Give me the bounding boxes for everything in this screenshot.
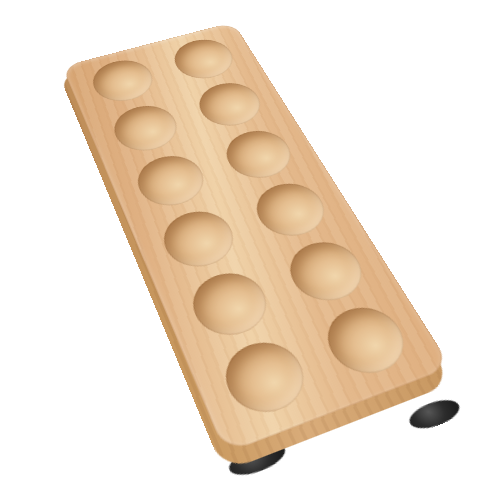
pit-hollow [191, 77, 270, 132]
pit-hollow [106, 100, 184, 158]
pit-hollow [315, 298, 416, 383]
pit-grid [62, 22, 451, 454]
pit-hollow [279, 234, 374, 309]
pit-hollow [217, 125, 300, 186]
mancala-board [62, 22, 451, 454]
seed-count [167, 35, 220, 49]
rubber-foot-right [404, 395, 465, 435]
pit-hollow [154, 204, 242, 275]
pit-hollow [182, 265, 277, 345]
board-top-face [62, 22, 451, 454]
seed-count [86, 55, 141, 70]
pit-hollow [129, 149, 212, 213]
pit-hollow [86, 55, 160, 107]
pit-hollow [167, 35, 241, 85]
pit-hollow [214, 333, 315, 423]
product-photo-canvas [0, 0, 500, 500]
pit-hollow [246, 176, 335, 244]
